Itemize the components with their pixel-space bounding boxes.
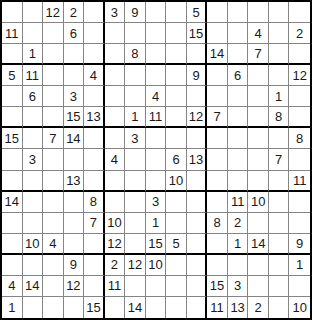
- cell-r9c14[interactable]: [269, 171, 290, 192]
- cell-r9c1[interactable]: [2, 171, 23, 192]
- cell-r8c1[interactable]: [2, 149, 23, 170]
- cell-r11c14[interactable]: [269, 213, 290, 234]
- cell-r12c7[interactable]: [125, 234, 146, 255]
- cell-r1c9[interactable]: [166, 2, 187, 23]
- cell-r3c5[interactable]: [84, 44, 105, 65]
- cell-r7c11[interactable]: [207, 128, 228, 149]
- cell-r9c8[interactable]: [146, 171, 167, 192]
- cell-r8c12[interactable]: [228, 149, 249, 170]
- cell-r15c6[interactable]: [105, 297, 126, 318]
- cell-r9c2[interactable]: [23, 171, 44, 192]
- cell-r13c11[interactable]: [207, 255, 228, 276]
- cell-r3c3[interactable]: [43, 44, 64, 65]
- cell-r10c7[interactable]: [125, 192, 146, 213]
- cell-r12c12-given: 1: [228, 234, 249, 255]
- cell-r6c14-given: 8: [269, 107, 290, 128]
- cell-r14c1-given: 4: [2, 276, 23, 297]
- cell-r6c2[interactable]: [23, 107, 44, 128]
- cell-r1c7-given: 9: [125, 2, 146, 23]
- cell-r9c13[interactable]: [248, 171, 269, 192]
- cell-r11c2[interactable]: [23, 213, 44, 234]
- cell-r6c8-given: 11: [146, 107, 167, 128]
- cell-r1c12[interactable]: [228, 2, 249, 23]
- cell-r9c15-given: 11: [289, 171, 310, 192]
- cell-r4c15-given: 12: [289, 65, 310, 86]
- cell-r5c7[interactable]: [125, 86, 146, 107]
- cell-r9c7[interactable]: [125, 171, 146, 192]
- cell-r13c8-given: 10: [146, 255, 167, 276]
- cell-r10c13-given: 10: [248, 192, 269, 213]
- cell-r11c15[interactable]: [289, 213, 310, 234]
- cell-r6c15[interactable]: [289, 107, 310, 128]
- cell-r6c9[interactable]: [166, 107, 187, 128]
- cell-r5c1[interactable]: [2, 86, 23, 107]
- cell-r2c6[interactable]: [105, 23, 126, 44]
- cell-r15c2[interactable]: [23, 297, 44, 318]
- cell-r9c6[interactable]: [105, 171, 126, 192]
- cell-r10c15[interactable]: [289, 192, 310, 213]
- cell-r1c8[interactable]: [146, 2, 167, 23]
- cell-r5c14-given: 1: [269, 86, 290, 107]
- cell-r11c8-given: 1: [146, 213, 167, 234]
- cell-r8c14-given: 7: [269, 149, 290, 170]
- cell-r5c10[interactable]: [187, 86, 208, 107]
- cell-r10c14[interactable]: [269, 192, 290, 213]
- cell-r15c3[interactable]: [43, 297, 64, 318]
- cell-r11c13[interactable]: [248, 213, 269, 234]
- cell-r8c8[interactable]: [146, 149, 167, 170]
- cell-r5c9[interactable]: [166, 86, 187, 107]
- cell-r10c5-given: 8: [84, 192, 105, 213]
- cell-r10c2[interactable]: [23, 192, 44, 213]
- cell-r3c11-given: 14: [207, 44, 228, 65]
- cell-r6c13[interactable]: [248, 107, 269, 128]
- cell-r4c4[interactable]: [64, 65, 85, 86]
- cell-r13c14[interactable]: [269, 255, 290, 276]
- cell-r8c3[interactable]: [43, 149, 64, 170]
- cell-r2c7[interactable]: [125, 23, 146, 44]
- cell-r9c11[interactable]: [207, 171, 228, 192]
- cell-r2c2[interactable]: [23, 23, 44, 44]
- cell-r2c3[interactable]: [43, 23, 64, 44]
- cell-r4c11[interactable]: [207, 65, 228, 86]
- cell-r14c12-given: 3: [228, 276, 249, 297]
- cell-r5c4-given: 3: [64, 86, 85, 107]
- cell-r13c2[interactable]: [23, 255, 44, 276]
- cell-r5c8-given: 4: [146, 86, 167, 107]
- cell-r4c12-given: 6: [228, 65, 249, 86]
- cell-r4c10-given: 9: [187, 65, 208, 86]
- cell-r3c4[interactable]: [64, 44, 85, 65]
- cell-r15c10[interactable]: [187, 297, 208, 318]
- cell-r13c15-given: 1: [289, 255, 310, 276]
- cell-r12c13-given: 14: [248, 234, 269, 255]
- cell-r3c6[interactable]: [105, 44, 126, 65]
- cell-r1c13[interactable]: [248, 2, 269, 23]
- cell-r11c1[interactable]: [2, 213, 23, 234]
- cell-r10c6[interactable]: [105, 192, 126, 213]
- cell-r14c8[interactable]: [146, 276, 167, 297]
- cell-r8c11[interactable]: [207, 149, 228, 170]
- cell-r12c15-given: 9: [289, 234, 310, 255]
- cell-r12c9-given: 5: [166, 234, 187, 255]
- cell-r3c2-given: 1: [23, 44, 44, 65]
- cell-r4c1-given: 5: [2, 65, 23, 86]
- cell-r7c2[interactable]: [23, 128, 44, 149]
- cell-r8c4[interactable]: [64, 149, 85, 170]
- cell-r14c2-given: 14: [23, 276, 44, 297]
- cell-r12c10[interactable]: [187, 234, 208, 255]
- cell-r4c6[interactable]: [105, 65, 126, 86]
- cell-r14c5[interactable]: [84, 276, 105, 297]
- cell-r5c11[interactable]: [207, 86, 228, 107]
- cell-r14c13[interactable]: [248, 276, 269, 297]
- cell-r11c11-given: 8: [207, 213, 228, 234]
- sudoku-board: 1223951161542181475114961263411513111127…: [0, 0, 312, 320]
- cell-r15c1-given: 1: [2, 297, 23, 318]
- cell-r7c15-given: 8: [289, 128, 310, 149]
- cell-r1c10-given: 5: [187, 2, 208, 23]
- cell-r13c3[interactable]: [43, 255, 64, 276]
- cell-r4c13[interactable]: [248, 65, 269, 86]
- cell-r11c7[interactable]: [125, 213, 146, 234]
- cell-r5c6[interactable]: [105, 86, 126, 107]
- cell-r5c5[interactable]: [84, 86, 105, 107]
- cell-r4c9[interactable]: [166, 65, 187, 86]
- cell-r7c12[interactable]: [228, 128, 249, 149]
- cell-r10c10[interactable]: [187, 192, 208, 213]
- cell-r2c14[interactable]: [269, 23, 290, 44]
- cell-r14c14[interactable]: [269, 276, 290, 297]
- cell-r14c9[interactable]: [166, 276, 187, 297]
- cell-r15c13-given: 2: [248, 297, 269, 318]
- cell-r6c1[interactable]: [2, 107, 23, 128]
- cell-r14c10[interactable]: [187, 276, 208, 297]
- cell-r9c9-given: 10: [166, 171, 187, 192]
- cell-r12c3-given: 4: [43, 234, 64, 255]
- cell-r7c14[interactable]: [269, 128, 290, 149]
- cell-r8c13[interactable]: [248, 149, 269, 170]
- cell-r10c4[interactable]: [64, 192, 85, 213]
- cell-r4c7[interactable]: [125, 65, 146, 86]
- cell-r7c8[interactable]: [146, 128, 167, 149]
- cell-r1c1[interactable]: [2, 2, 23, 23]
- cell-r14c4-given: 12: [64, 276, 85, 297]
- cell-r9c10[interactable]: [187, 171, 208, 192]
- cell-r4c2-given: 11: [23, 65, 44, 86]
- cell-r10c9[interactable]: [166, 192, 187, 213]
- cell-r15c15-given: 10: [289, 297, 310, 318]
- cell-r14c7[interactable]: [125, 276, 146, 297]
- cell-r14c15[interactable]: [289, 276, 310, 297]
- cell-r6c12[interactable]: [228, 107, 249, 128]
- cell-r1c14[interactable]: [269, 2, 290, 23]
- cell-r9c5[interactable]: [84, 171, 105, 192]
- cell-r3c9[interactable]: [166, 44, 187, 65]
- cell-r2c5[interactable]: [84, 23, 105, 44]
- cell-r12c4[interactable]: [64, 234, 85, 255]
- cell-r7c9[interactable]: [166, 128, 187, 149]
- cell-r12c14[interactable]: [269, 234, 290, 255]
- cell-r13c4-given: 9: [64, 255, 85, 276]
- cell-r3c12[interactable]: [228, 44, 249, 65]
- cell-r14c6-given: 11: [105, 276, 126, 297]
- cell-r11c9[interactable]: [166, 213, 187, 234]
- cell-r6c10-given: 12: [187, 107, 208, 128]
- cell-r4c5-given: 4: [84, 65, 105, 86]
- cell-r9c12[interactable]: [228, 171, 249, 192]
- cell-r8c6-given: 4: [105, 149, 126, 170]
- cell-r2c1-given: 11: [2, 23, 23, 44]
- cell-r12c1[interactable]: [2, 234, 23, 255]
- cell-r6c11-given: 7: [207, 107, 228, 128]
- cell-r1c15[interactable]: [289, 2, 310, 23]
- cell-r12c2-given: 10: [23, 234, 44, 255]
- cell-r8c2-given: 3: [23, 149, 44, 170]
- cell-r2c9[interactable]: [166, 23, 187, 44]
- cell-r2c11[interactable]: [207, 23, 228, 44]
- cell-r15c5-given: 15: [84, 297, 105, 318]
- cell-r7c3-given: 7: [43, 128, 64, 149]
- cell-r8c7[interactable]: [125, 149, 146, 170]
- cell-r8c15[interactable]: [289, 149, 310, 170]
- cell-r4c8[interactable]: [146, 65, 167, 86]
- cell-r13c10[interactable]: [187, 255, 208, 276]
- cell-r10c3[interactable]: [43, 192, 64, 213]
- cell-r2c13-given: 4: [248, 23, 269, 44]
- cell-r1c5[interactable]: [84, 2, 105, 23]
- cell-r6c5-given: 13: [84, 107, 105, 128]
- cell-r7c10[interactable]: [187, 128, 208, 149]
- cell-r2c4-given: 6: [64, 23, 85, 44]
- cell-r8c9-given: 6: [166, 149, 187, 170]
- cell-r6c3[interactable]: [43, 107, 64, 128]
- cell-r13c7-given: 12: [125, 255, 146, 276]
- cell-r15c11-given: 11: [207, 297, 228, 318]
- cell-r11c6-given: 10: [105, 213, 126, 234]
- cell-r14c3[interactable]: [43, 276, 64, 297]
- cell-r12c11[interactable]: [207, 234, 228, 255]
- cell-r12c5[interactable]: [84, 234, 105, 255]
- cell-r3c15[interactable]: [289, 44, 310, 65]
- cell-r12c6-given: 12: [105, 234, 126, 255]
- cell-r3c10[interactable]: [187, 44, 208, 65]
- cell-r6c7-given: 1: [125, 107, 146, 128]
- cell-r10c8-given: 3: [146, 192, 167, 213]
- cell-r11c3[interactable]: [43, 213, 64, 234]
- cell-r6c4-given: 15: [64, 107, 85, 128]
- cell-r5c15[interactable]: [289, 86, 310, 107]
- cell-r13c6-given: 2: [105, 255, 126, 276]
- cell-r2c10-given: 15: [187, 23, 208, 44]
- cell-r4c3[interactable]: [43, 65, 64, 86]
- cell-r1c3-given: 12: [43, 2, 64, 23]
- cell-r2c15-given: 2: [289, 23, 310, 44]
- cell-r1c6-given: 3: [105, 2, 126, 23]
- cell-r5c2-given: 6: [23, 86, 44, 107]
- cell-r5c13[interactable]: [248, 86, 269, 107]
- cell-r2c12[interactable]: [228, 23, 249, 44]
- cell-r8c10-given: 13: [187, 149, 208, 170]
- cell-r10c11[interactable]: [207, 192, 228, 213]
- cell-r7c5[interactable]: [84, 128, 105, 149]
- cell-r15c8[interactable]: [146, 297, 167, 318]
- cell-r11c12-given: 2: [228, 213, 249, 234]
- cell-r6c6[interactable]: [105, 107, 126, 128]
- cell-r15c12-given: 13: [228, 297, 249, 318]
- cell-r1c11[interactable]: [207, 2, 228, 23]
- cell-r12c8-given: 15: [146, 234, 167, 255]
- cell-r1c2[interactable]: [23, 2, 44, 23]
- cell-r15c4[interactable]: [64, 297, 85, 318]
- cell-r3c1[interactable]: [2, 44, 23, 65]
- cell-r7c1-given: 15: [2, 128, 23, 149]
- cell-r7c7-given: 3: [125, 128, 146, 149]
- cell-r8c5[interactable]: [84, 149, 105, 170]
- cell-r7c4-given: 14: [64, 128, 85, 149]
- cell-r4c14[interactable]: [269, 65, 290, 86]
- cell-r13c5[interactable]: [84, 255, 105, 276]
- cell-r10c1-given: 14: [2, 192, 23, 213]
- cell-r7c6[interactable]: [105, 128, 126, 149]
- cell-r11c4[interactable]: [64, 213, 85, 234]
- cell-r3c13-given: 7: [248, 44, 269, 65]
- cell-r11c10[interactable]: [187, 213, 208, 234]
- cell-r13c12[interactable]: [228, 255, 249, 276]
- cell-r7c13[interactable]: [248, 128, 269, 149]
- cell-r1c4-given: 2: [64, 2, 85, 23]
- cell-r11c5-given: 7: [84, 213, 105, 234]
- cell-r15c9[interactable]: [166, 297, 187, 318]
- cell-r15c7-given: 14: [125, 297, 146, 318]
- cell-r3c7-given: 8: [125, 44, 146, 65]
- cell-r14c11-given: 15: [207, 276, 228, 297]
- cell-r9c3[interactable]: [43, 171, 64, 192]
- cell-r5c3[interactable]: [43, 86, 64, 107]
- cell-r5c12[interactable]: [228, 86, 249, 107]
- cell-r15c14[interactable]: [269, 297, 290, 318]
- cell-r2c8[interactable]: [146, 23, 167, 44]
- cell-r9c4-given: 13: [64, 171, 85, 192]
- cell-r13c13[interactable]: [248, 255, 269, 276]
- cell-r3c8[interactable]: [146, 44, 167, 65]
- cell-r13c9[interactable]: [166, 255, 187, 276]
- cell-r3c14[interactable]: [269, 44, 290, 65]
- cell-r13c1[interactable]: [2, 255, 23, 276]
- cell-r10c12-given: 11: [228, 192, 249, 213]
